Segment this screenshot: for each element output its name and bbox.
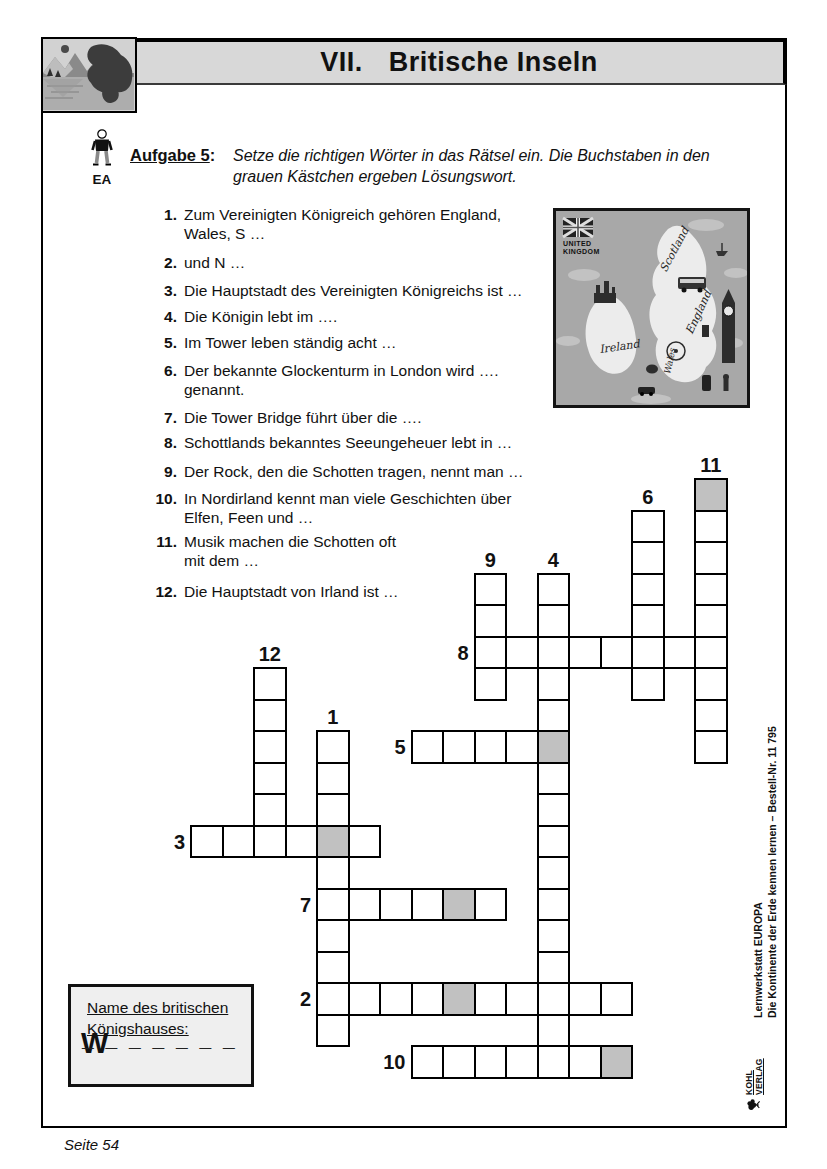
cell-r13c8[interactable] — [442, 888, 476, 922]
cell-r6c14[interactable] — [631, 667, 665, 701]
cell-r7c11[interactable] — [537, 699, 571, 733]
cell-r18c8[interactable] — [442, 1045, 476, 1079]
question-number: 8. — [137, 433, 177, 452]
cell-r1c16[interactable] — [694, 510, 728, 544]
question-item-1: 1.Zum Vereinigten Königreich gehören Eng… — [137, 205, 557, 243]
clue-number-11: 11 — [695, 452, 727, 478]
cell-r11c0[interactable] — [190, 825, 224, 859]
cell-r11c5[interactable] — [348, 825, 382, 859]
cell-r4c11[interactable] — [537, 604, 571, 638]
union-jack-icon — [563, 218, 593, 237]
cell-r9c11[interactable] — [537, 762, 571, 796]
cell-r10c4[interactable] — [316, 793, 350, 827]
title-bar: VII. Britische Inseln — [135, 38, 787, 85]
big-ben-icon — [722, 289, 735, 363]
cell-r16c13[interactable] — [600, 982, 634, 1016]
cell-r18c7[interactable] — [411, 1045, 445, 1079]
question-number: 12. — [137, 582, 177, 601]
question-number: 11. — [137, 532, 177, 551]
question-text: Zum Vereinigten Königreich gehören Engla… — [184, 205, 550, 243]
cell-r5c12[interactable] — [568, 636, 602, 670]
cell-r16c6[interactable] — [379, 982, 413, 1016]
cell-r17c11[interactable] — [537, 1014, 571, 1048]
crossword-grid: 123456789101112 — [191, 479, 727, 1078]
cell-r5c14[interactable] — [631, 636, 665, 670]
cell-r8c10[interactable] — [505, 730, 539, 764]
question-number: 6. — [137, 361, 177, 380]
cell-r3c9[interactable] — [474, 573, 508, 607]
cell-r2c14[interactable] — [631, 541, 665, 575]
cell-r16c10[interactable] — [505, 982, 539, 1016]
cell-r6c11[interactable] — [537, 667, 571, 701]
question-number: 2. — [137, 253, 177, 272]
cell-r8c2[interactable] — [253, 730, 287, 764]
clue-number-5: 5 — [370, 734, 406, 760]
cell-r4c9[interactable] — [474, 604, 508, 638]
clue-number-8: 8 — [433, 640, 469, 666]
publisher-logo: KOHL VERLAG — [744, 1112, 806, 1132]
cell-r14c4[interactable] — [316, 919, 350, 953]
cell-r10c2[interactable] — [253, 793, 287, 827]
cell-r18c13[interactable] — [600, 1045, 634, 1079]
question-item-2: 2.und N … — [137, 253, 557, 272]
cell-r5c13[interactable] — [600, 636, 634, 670]
clue-number-3: 3 — [149, 829, 185, 855]
task-instruction: Setze die richtigen Wörter in das Rätsel… — [233, 145, 710, 187]
cell-r5c16[interactable] — [694, 636, 728, 670]
task-label: Aufgabe 5: — [130, 146, 215, 165]
cell-r1c14[interactable] — [631, 510, 665, 544]
question-text: Schottlands bekanntes Seeungeheuer lebt … — [184, 433, 550, 452]
cell-r11c1[interactable] — [222, 825, 256, 859]
cell-r13c7[interactable] — [411, 888, 445, 922]
cell-r5c10[interactable] — [505, 636, 539, 670]
cell-r8c16[interactable] — [694, 730, 728, 764]
cell-r15c4[interactable] — [316, 951, 350, 985]
cell-r8c7[interactable] — [411, 730, 445, 764]
question-number: 7. — [137, 408, 177, 427]
publisher-name: KOHL VERLAG — [744, 1050, 764, 1095]
work-mode-badge: EA — [86, 129, 118, 187]
cell-r5c11[interactable] — [537, 636, 571, 670]
question-text: Die Hauptstadt des Vereinigten Königreic… — [184, 281, 550, 300]
clue-number-7: 7 — [275, 892, 311, 918]
page-number: Seite 54 — [64, 1136, 119, 1153]
cell-r9c2[interactable] — [253, 762, 287, 796]
cell-r12c11[interactable] — [537, 856, 571, 890]
cell-r8c4[interactable] — [316, 730, 350, 764]
cell-r0c16[interactable] — [694, 478, 728, 512]
solution-box: Name des britischen Königshauses: W _ _ … — [68, 984, 254, 1087]
cell-r8c9[interactable] — [474, 730, 508, 764]
page-title: Britische Inseln — [389, 47, 598, 78]
cell-r18c11[interactable] — [537, 1045, 571, 1079]
cell-r4c16[interactable] — [694, 604, 728, 638]
imprint-order-number: Die Kontinente der Erde kennen lernen – … — [766, 718, 780, 1018]
cell-r18c12[interactable] — [568, 1045, 602, 1079]
cell-r7c2[interactable] — [253, 699, 287, 733]
question-text: Die Königin lebt im …. — [184, 307, 550, 326]
cell-r16c12[interactable] — [568, 982, 602, 1016]
cell-r11c3[interactable] — [285, 825, 319, 859]
question-item-8: 8.Schottlands bekanntes Seeungeheuer leb… — [137, 433, 557, 452]
cell-r14c11[interactable] — [537, 919, 571, 953]
question-item-5: 5.Im Tower leben ständig acht … — [137, 333, 557, 352]
tree-icon — [744, 1098, 764, 1112]
cell-r4c14[interactable] — [631, 604, 665, 638]
question-number: 4. — [137, 307, 177, 326]
clue-number-6: 6 — [632, 484, 664, 510]
flag-caption-line1: UNITED — [563, 240, 591, 247]
cell-r13c5[interactable] — [348, 888, 382, 922]
cell-r11c11[interactable] — [537, 825, 571, 859]
clue-number-10: 10 — [370, 1049, 406, 1075]
cell-r3c14[interactable] — [631, 573, 665, 607]
question-text: Die Tower Bridge führt über die …. — [184, 408, 550, 427]
question-number: 5. — [137, 333, 177, 352]
clue-number-4: 4 — [538, 547, 570, 573]
imprint-series: Lernwerkstatt EUROPA — [752, 718, 766, 1018]
clue-number-12: 12 — [254, 641, 286, 667]
europe-photo — [41, 37, 137, 113]
cell-r5c9[interactable] — [474, 636, 508, 670]
cell-r16c5[interactable] — [348, 982, 382, 1016]
cell-r15c11[interactable] — [537, 951, 571, 985]
question-text: Im Tower leben ständig acht … — [184, 333, 550, 352]
cell-r13c9[interactable] — [474, 888, 508, 922]
cell-r16c11[interactable] — [537, 982, 571, 1016]
clue-number-1: 1 — [317, 704, 349, 730]
cell-r8c8[interactable] — [442, 730, 476, 764]
question-text: Der bekannte Glockenturm in London wird … — [184, 361, 550, 399]
clue-number-9: 9 — [475, 547, 507, 573]
work-mode-label: EA — [86, 172, 118, 187]
flag-caption-line2: KINGDOM — [563, 248, 600, 255]
cell-r13c6[interactable] — [379, 888, 413, 922]
cell-r13c4[interactable] — [316, 888, 350, 922]
postbox-icon — [702, 375, 711, 391]
question-number: 1. — [137, 205, 177, 224]
cell-r13c11[interactable] — [537, 888, 571, 922]
question-number: 9. — [137, 462, 177, 481]
mountain-europe-image — [43, 39, 134, 110]
chapter-numeral: VII. — [320, 47, 363, 78]
single-person-icon — [89, 129, 115, 167]
cell-r16c7[interactable] — [411, 982, 445, 1016]
phone-booth-icon — [702, 325, 709, 337]
sidebar-imprint: Lernwerkstatt EUROPA Die Kontinente der … — [752, 718, 779, 1018]
question-item-7: 7.Die Tower Bridge führt über die …. — [137, 408, 557, 427]
cell-r2c16[interactable] — [694, 541, 728, 575]
cell-r3c16[interactable] — [694, 573, 728, 607]
cell-r18c9[interactable] — [474, 1045, 508, 1079]
cell-r10c11[interactable] — [537, 793, 571, 827]
question-item-4: 4.Die Königin lebt im …. — [137, 307, 557, 326]
cell-r16c8[interactable] — [442, 982, 476, 1016]
question-item-6: 6.Der bekannte Glockenturm in London wir… — [137, 361, 557, 399]
cell-r5c15[interactable] — [663, 636, 697, 670]
cell-r7c16[interactable] — [694, 699, 728, 733]
teapot-icon — [646, 365, 658, 374]
cell-r17c4[interactable] — [316, 1014, 350, 1048]
clue-number-2: 2 — [275, 986, 311, 1012]
cell-r6c9[interactable] — [474, 667, 508, 701]
cell-r12c4[interactable] — [316, 856, 350, 890]
worksheet-page: VII. Britische Inseln EA Aufgabe 5: Setz… — [0, 0, 827, 1169]
cell-r11c4[interactable] — [316, 825, 350, 859]
solution-blanks[interactable]: _ _ _ _ _ _ _ — [82, 1027, 238, 1051]
question-number: 10. — [137, 489, 177, 508]
cell-r6c2[interactable] — [253, 667, 287, 701]
question-item-3: 3.Die Hauptstadt des Vereinigten Königre… — [137, 281, 557, 300]
cell-r8c11[interactable] — [537, 730, 571, 764]
cell-r16c4[interactable] — [316, 982, 350, 1016]
cell-r9c4[interactable] — [316, 762, 350, 796]
cell-r18c10[interactable] — [505, 1045, 539, 1079]
question-number: 3. — [137, 281, 177, 300]
question-text: und N … — [184, 253, 550, 272]
cell-r11c2[interactable] — [253, 825, 287, 859]
cell-r16c9[interactable] — [474, 982, 508, 1016]
guard-icon — [723, 374, 729, 391]
cell-r6c16[interactable] — [694, 667, 728, 701]
cell-r3c11[interactable] — [537, 573, 571, 607]
uk-map-illustration: UNITED KINGDOM — [553, 208, 750, 408]
